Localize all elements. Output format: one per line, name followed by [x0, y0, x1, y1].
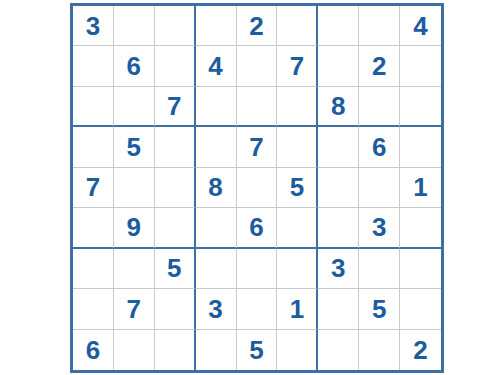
sudoku-cell-r8c6-given[interactable]: 1: [277, 289, 318, 329]
sudoku-cell-r5c6-given[interactable]: 5: [277, 168, 318, 208]
sudoku-cell-r8c5-empty[interactable]: [237, 289, 278, 329]
sudoku-cell-r3c6-empty[interactable]: [277, 87, 318, 127]
sudoku-cell-r3c7-given[interactable]: 8: [318, 87, 359, 127]
sudoku-cell-r3c2-empty[interactable]: [114, 87, 155, 127]
sudoku-cell-r2c4-given[interactable]: 4: [196, 46, 237, 86]
sudoku-cell-r1c1-given[interactable]: 3: [73, 6, 114, 46]
sudoku-cell-r2c1-empty[interactable]: [73, 46, 114, 86]
sudoku-cell-r1c6-empty[interactable]: [277, 6, 318, 46]
sudoku-cell-r4c7-empty[interactable]: [318, 127, 359, 167]
sudoku-cell-r4c6-empty[interactable]: [277, 127, 318, 167]
sudoku-cell-r2c8-given[interactable]: 2: [359, 46, 400, 86]
sudoku-cell-r5c1-given[interactable]: 7: [73, 168, 114, 208]
sudoku-cell-r3c9-empty[interactable]: [400, 87, 441, 127]
sudoku-cell-r7c6-empty[interactable]: [277, 249, 318, 289]
sudoku-cell-r9c8-empty[interactable]: [359, 330, 400, 370]
sudoku-cell-r7c1-empty[interactable]: [73, 249, 114, 289]
sudoku-cell-r4c5-given[interactable]: 7: [237, 127, 278, 167]
sudoku-cell-r8c3-empty[interactable]: [155, 289, 196, 329]
sudoku-board: 3246472785767851963537315652: [70, 3, 444, 373]
sudoku-cell-r2c9-empty[interactable]: [400, 46, 441, 86]
sudoku-cell-r6c7-empty[interactable]: [318, 208, 359, 248]
sudoku-cell-r2c3-empty[interactable]: [155, 46, 196, 86]
sudoku-cell-r1c9-given[interactable]: 4: [400, 6, 441, 46]
sudoku-cell-r8c4-given[interactable]: 3: [196, 289, 237, 329]
sudoku-cell-r9c4-empty[interactable]: [196, 330, 237, 370]
page-background: 3246472785767851963537315652: [0, 0, 500, 375]
sudoku-cell-r9c3-empty[interactable]: [155, 330, 196, 370]
sudoku-cell-r3c8-empty[interactable]: [359, 87, 400, 127]
sudoku-cell-r5c5-empty[interactable]: [237, 168, 278, 208]
sudoku-cell-r3c1-empty[interactable]: [73, 87, 114, 127]
sudoku-cell-r8c2-given[interactable]: 7: [114, 289, 155, 329]
sudoku-cell-r3c4-empty[interactable]: [196, 87, 237, 127]
sudoku-cell-r9c6-empty[interactable]: [277, 330, 318, 370]
sudoku-cell-r2c7-empty[interactable]: [318, 46, 359, 86]
sudoku-cell-r5c7-empty[interactable]: [318, 168, 359, 208]
sudoku-cell-r1c4-empty[interactable]: [196, 6, 237, 46]
sudoku-cell-r6c3-empty[interactable]: [155, 208, 196, 248]
sudoku-cell-r1c7-empty[interactable]: [318, 6, 359, 46]
sudoku-cell-r8c9-empty[interactable]: [400, 289, 441, 329]
sudoku-cell-r6c2-given[interactable]: 9: [114, 208, 155, 248]
sudoku-cell-r9c2-empty[interactable]: [114, 330, 155, 370]
sudoku-cell-r4c4-empty[interactable]: [196, 127, 237, 167]
sudoku-cell-r3c5-empty[interactable]: [237, 87, 278, 127]
sudoku-cell-r1c5-given[interactable]: 2: [237, 6, 278, 46]
sudoku-cell-r5c4-given[interactable]: 8: [196, 168, 237, 208]
sudoku-cell-r2c5-empty[interactable]: [237, 46, 278, 86]
sudoku-cell-r8c1-empty[interactable]: [73, 289, 114, 329]
sudoku-cell-r7c7-given[interactable]: 3: [318, 249, 359, 289]
sudoku-cell-r7c3-given[interactable]: 5: [155, 249, 196, 289]
sudoku-cell-r6c1-empty[interactable]: [73, 208, 114, 248]
sudoku-cell-r2c6-given[interactable]: 7: [277, 46, 318, 86]
sudoku-cell-r5c9-given[interactable]: 1: [400, 168, 441, 208]
sudoku-cell-r7c9-empty[interactable]: [400, 249, 441, 289]
sudoku-cell-r6c9-empty[interactable]: [400, 208, 441, 248]
sudoku-cell-r1c8-empty[interactable]: [359, 6, 400, 46]
sudoku-cell-r7c4-empty[interactable]: [196, 249, 237, 289]
sudoku-cell-r6c5-given[interactable]: 6: [237, 208, 278, 248]
sudoku-cell-r9c9-given[interactable]: 2: [400, 330, 441, 370]
sudoku-cell-r5c3-empty[interactable]: [155, 168, 196, 208]
sudoku-cell-r9c7-empty[interactable]: [318, 330, 359, 370]
sudoku-cell-r3c3-given[interactable]: 7: [155, 87, 196, 127]
sudoku-cell-r6c6-empty[interactable]: [277, 208, 318, 248]
sudoku-cell-r4c8-given[interactable]: 6: [359, 127, 400, 167]
sudoku-cell-r6c8-given[interactable]: 3: [359, 208, 400, 248]
sudoku-cell-r1c3-empty[interactable]: [155, 6, 196, 46]
sudoku-cell-r7c8-empty[interactable]: [359, 249, 400, 289]
sudoku-cell-r6c4-empty[interactable]: [196, 208, 237, 248]
sudoku-cell-r8c7-empty[interactable]: [318, 289, 359, 329]
sudoku-cell-r4c9-empty[interactable]: [400, 127, 441, 167]
sudoku-cell-r4c2-given[interactable]: 5: [114, 127, 155, 167]
sudoku-cell-r9c5-given[interactable]: 5: [237, 330, 278, 370]
sudoku-cell-r5c2-empty[interactable]: [114, 168, 155, 208]
sudoku-cell-r4c1-empty[interactable]: [73, 127, 114, 167]
sudoku-cell-r7c2-empty[interactable]: [114, 249, 155, 289]
sudoku-cell-r7c5-empty[interactable]: [237, 249, 278, 289]
sudoku-cell-r8c8-given[interactable]: 5: [359, 289, 400, 329]
sudoku-cell-r2c2-given[interactable]: 6: [114, 46, 155, 86]
sudoku-cell-r1c2-empty[interactable]: [114, 6, 155, 46]
sudoku-cell-r5c8-empty[interactable]: [359, 168, 400, 208]
sudoku-cell-r9c1-given[interactable]: 6: [73, 330, 114, 370]
sudoku-cell-r4c3-empty[interactable]: [155, 127, 196, 167]
